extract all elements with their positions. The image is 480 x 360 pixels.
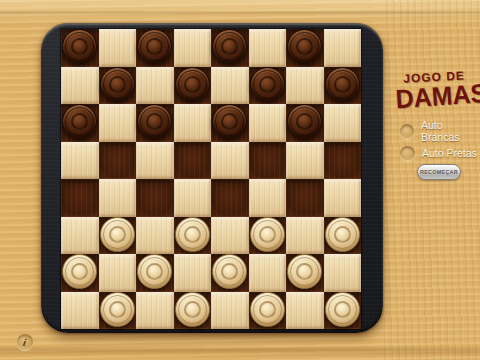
light-square-r2c5[interactable] bbox=[249, 104, 287, 142]
light-piece[interactable] bbox=[62, 254, 97, 289]
dark-piece[interactable] bbox=[250, 67, 285, 102]
dark-square-r0c2[interactable] bbox=[136, 29, 174, 67]
light-square-r3c2[interactable] bbox=[136, 142, 174, 180]
auto-brancas-label: Auto Brancas bbox=[421, 119, 480, 143]
dark-square-r3c7[interactable] bbox=[324, 142, 362, 180]
dark-square-r4c4[interactable] bbox=[211, 179, 249, 217]
dark-square-r1c1[interactable] bbox=[99, 67, 137, 105]
dark-square-r2c4[interactable] bbox=[211, 104, 249, 142]
light-square-r2c3[interactable] bbox=[174, 104, 212, 142]
app-logo: JOGO DE DAMAS bbox=[394, 68, 476, 111]
dark-square-r3c1[interactable] bbox=[99, 142, 137, 180]
game-screen: { "game": "checkers", "app": { "logo_lin… bbox=[0, 0, 480, 360]
light-square-r5c6[interactable] bbox=[286, 217, 324, 255]
dark-piece[interactable] bbox=[325, 67, 360, 102]
dark-square-r5c3[interactable] bbox=[174, 217, 212, 255]
dark-piece[interactable] bbox=[137, 104, 172, 139]
light-square-r6c3[interactable] bbox=[174, 254, 212, 292]
light-square-r7c4[interactable] bbox=[211, 292, 249, 330]
light-piece[interactable] bbox=[100, 292, 135, 327]
dark-square-r4c2[interactable] bbox=[136, 179, 174, 217]
light-piece[interactable] bbox=[287, 254, 322, 289]
auto-pretas-row: Auto Pretas bbox=[400, 145, 477, 161]
light-square-r2c1[interactable] bbox=[99, 104, 137, 142]
light-piece[interactable] bbox=[137, 254, 172, 289]
dark-square-r2c0[interactable] bbox=[61, 104, 99, 142]
dark-piece[interactable] bbox=[287, 29, 322, 64]
light-square-r0c3[interactable] bbox=[174, 29, 212, 67]
dark-square-r6c4[interactable] bbox=[211, 254, 249, 292]
dark-square-r0c4[interactable] bbox=[211, 29, 249, 67]
dark-square-r5c7[interactable] bbox=[324, 217, 362, 255]
dark-square-r3c3[interactable] bbox=[174, 142, 212, 180]
dark-piece[interactable] bbox=[212, 104, 247, 139]
light-square-r6c1[interactable] bbox=[99, 254, 137, 292]
light-square-r5c4[interactable] bbox=[211, 217, 249, 255]
light-square-r2c7[interactable] bbox=[324, 104, 362, 142]
auto-brancas-toggle[interactable] bbox=[400, 124, 414, 139]
light-square-r5c0[interactable] bbox=[61, 217, 99, 255]
light-square-r0c7[interactable] bbox=[324, 29, 362, 67]
light-square-r7c2[interactable] bbox=[136, 292, 174, 330]
light-square-r1c4[interactable] bbox=[211, 67, 249, 105]
dark-square-r7c7[interactable] bbox=[324, 292, 362, 330]
dark-piece[interactable] bbox=[212, 29, 247, 64]
light-square-r3c4[interactable] bbox=[211, 142, 249, 180]
dark-square-r6c0[interactable] bbox=[61, 254, 99, 292]
light-square-r4c1[interactable] bbox=[99, 179, 137, 217]
light-piece[interactable] bbox=[175, 217, 210, 252]
dark-square-r6c6[interactable] bbox=[286, 254, 324, 292]
dark-square-r6c2[interactable] bbox=[136, 254, 174, 292]
dark-piece[interactable] bbox=[62, 29, 97, 64]
dark-square-r4c0[interactable] bbox=[61, 179, 99, 217]
light-piece[interactable] bbox=[325, 292, 360, 327]
light-square-r7c6[interactable] bbox=[286, 292, 324, 330]
light-piece[interactable] bbox=[250, 292, 285, 327]
auto-pretas-label: Auto Pretas bbox=[422, 147, 477, 159]
light-square-r6c5[interactable] bbox=[249, 254, 287, 292]
dark-square-r5c5[interactable] bbox=[249, 217, 287, 255]
light-square-r4c7[interactable] bbox=[324, 179, 362, 217]
dark-square-r0c0[interactable] bbox=[61, 29, 99, 67]
light-square-r3c6[interactable] bbox=[286, 142, 324, 180]
dark-piece[interactable] bbox=[287, 104, 322, 139]
light-square-r1c0[interactable] bbox=[61, 67, 99, 105]
dark-square-r1c7[interactable] bbox=[324, 67, 362, 105]
light-square-r1c6[interactable] bbox=[286, 67, 324, 105]
dark-square-r7c3[interactable] bbox=[174, 292, 212, 330]
dark-piece[interactable] bbox=[62, 104, 97, 139]
auto-brancas-row: Auto Brancas bbox=[400, 123, 480, 139]
auto-pretas-toggle[interactable] bbox=[400, 146, 415, 161]
dark-square-r2c6[interactable] bbox=[286, 104, 324, 142]
logo-line2: DAMAS bbox=[395, 81, 477, 113]
light-square-r4c3[interactable] bbox=[174, 179, 212, 217]
light-piece[interactable] bbox=[325, 217, 360, 252]
dark-square-r5c1[interactable] bbox=[99, 217, 137, 255]
dark-piece[interactable] bbox=[100, 67, 135, 102]
dark-square-r3c5[interactable] bbox=[249, 142, 287, 180]
light-piece[interactable] bbox=[175, 292, 210, 327]
light-square-r0c5[interactable] bbox=[249, 29, 287, 67]
light-piece[interactable] bbox=[100, 217, 135, 252]
restart-button[interactable]: RECOMEÇAR bbox=[417, 164, 461, 180]
dark-piece[interactable] bbox=[175, 67, 210, 102]
light-piece[interactable] bbox=[250, 217, 285, 252]
light-square-r6c7[interactable] bbox=[324, 254, 362, 292]
info-icon: i bbox=[23, 336, 28, 347]
light-square-r0c1[interactable] bbox=[99, 29, 137, 67]
dark-square-r0c6[interactable] bbox=[286, 29, 324, 67]
light-piece[interactable] bbox=[212, 254, 247, 289]
light-square-r3c0[interactable] bbox=[61, 142, 99, 180]
dark-square-r2c2[interactable] bbox=[136, 104, 174, 142]
dark-square-r7c5[interactable] bbox=[249, 292, 287, 330]
table-wood-grain bbox=[384, 0, 480, 360]
light-square-r4c5[interactable] bbox=[249, 179, 287, 217]
light-square-r5c2[interactable] bbox=[136, 217, 174, 255]
checkers-board[interactable] bbox=[61, 29, 361, 329]
dark-square-r1c3[interactable] bbox=[174, 67, 212, 105]
dark-square-r7c1[interactable] bbox=[99, 292, 137, 330]
dark-piece[interactable] bbox=[137, 29, 172, 64]
dark-square-r4c6[interactable] bbox=[286, 179, 324, 217]
light-square-r7c0[interactable] bbox=[61, 292, 99, 330]
light-square-r1c2[interactable] bbox=[136, 67, 174, 105]
info-button[interactable]: i bbox=[17, 334, 33, 350]
dark-square-r1c5[interactable] bbox=[249, 67, 287, 105]
